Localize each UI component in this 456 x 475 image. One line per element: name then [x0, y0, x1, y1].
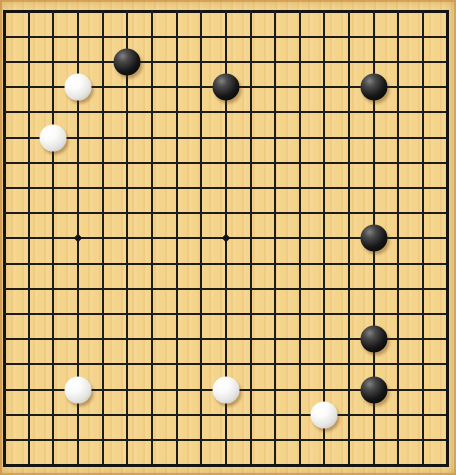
goban	[0, 0, 456, 475]
horizontal-grid-line	[3, 439, 450, 441]
black-stone	[114, 48, 141, 75]
horizontal-grid-line	[3, 288, 450, 290]
star-point	[74, 234, 82, 242]
vertical-grid-line	[274, 10, 276, 467]
vertical-grid-line	[422, 10, 424, 467]
go-board[interactable]	[0, 0, 456, 475]
horizontal-grid-line	[3, 464, 450, 467]
white-stone	[64, 376, 91, 403]
horizontal-grid-line	[3, 313, 450, 315]
white-stone	[212, 376, 239, 403]
white-stone	[311, 401, 338, 428]
black-stone	[360, 74, 387, 101]
horizontal-grid-line	[3, 363, 450, 365]
vertical-grid-line	[250, 10, 252, 467]
vertical-grid-line	[299, 10, 301, 467]
vertical-grid-line	[397, 10, 399, 467]
white-stone	[64, 74, 91, 101]
black-stone	[360, 225, 387, 252]
horizontal-grid-line	[3, 414, 450, 416]
vertical-grid-line	[446, 10, 449, 467]
vertical-grid-line	[348, 10, 350, 467]
black-stone	[212, 74, 239, 101]
horizontal-grid-line	[3, 263, 450, 265]
black-stone	[360, 376, 387, 403]
vertical-grid-line	[323, 10, 325, 467]
black-stone	[360, 326, 387, 353]
star-point	[222, 234, 230, 242]
white-stone	[40, 124, 67, 151]
